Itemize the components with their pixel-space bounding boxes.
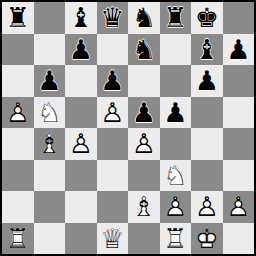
square-f8[interactable]: ♜ xyxy=(160,2,192,34)
square-b4[interactable]: ♝♗ xyxy=(34,128,66,160)
square-e4[interactable]: ♟♙ xyxy=(128,128,160,160)
square-f2[interactable]: ♟♙ xyxy=(160,191,192,223)
square-g3[interactable] xyxy=(191,160,223,192)
piece-glyph: ♝ xyxy=(191,34,223,66)
square-a4[interactable] xyxy=(2,128,34,160)
square-g5[interactable] xyxy=(191,97,223,129)
square-e2[interactable]: ♝♗ xyxy=(128,191,160,223)
piece-glyph: ♜ xyxy=(160,2,192,34)
square-b1[interactable] xyxy=(34,223,66,255)
piece-black-knight[interactable]: ♞ xyxy=(128,2,160,34)
piece-white-pawn[interactable]: ♟♙ xyxy=(97,97,129,129)
square-g7[interactable]: ♝ xyxy=(191,34,223,66)
square-a6[interactable] xyxy=(2,65,34,97)
square-c7[interactable]: ♟ xyxy=(65,34,97,66)
piece-glyph: ♚ xyxy=(191,2,223,34)
piece-glyph: ♟ xyxy=(34,65,66,97)
piece-outline: ♖ xyxy=(2,223,34,255)
square-e3[interactable] xyxy=(128,160,160,192)
square-f1[interactable]: ♜♖ xyxy=(160,223,192,255)
piece-black-bishop[interactable]: ♝ xyxy=(191,34,223,66)
square-e8[interactable]: ♞ xyxy=(128,2,160,34)
square-h8[interactable] xyxy=(223,2,255,34)
piece-white-bishop[interactable]: ♝♗ xyxy=(34,128,66,160)
square-e5[interactable]: ♟ xyxy=(128,97,160,129)
square-d5[interactable]: ♟♙ xyxy=(97,97,129,129)
square-b6[interactable]: ♟ xyxy=(34,65,66,97)
square-a5[interactable]: ♟♙ xyxy=(2,97,34,129)
square-c4[interactable]: ♟♙ xyxy=(65,128,97,160)
piece-glyph: ♞ xyxy=(128,2,160,34)
piece-white-rook[interactable]: ♜♖ xyxy=(160,223,192,255)
piece-glyph: ♛ xyxy=(97,2,129,34)
piece-glyph: ♜ xyxy=(2,2,34,34)
piece-white-rook[interactable]: ♜♖ xyxy=(2,223,34,255)
square-f4[interactable] xyxy=(160,128,192,160)
square-d2[interactable] xyxy=(97,191,129,223)
square-e7[interactable]: ♞ xyxy=(128,34,160,66)
square-h5[interactable] xyxy=(223,97,255,129)
square-h6[interactable] xyxy=(223,65,255,97)
piece-white-pawn[interactable]: ♟♙ xyxy=(191,191,223,223)
piece-black-pawn[interactable]: ♟ xyxy=(65,34,97,66)
piece-white-pawn[interactable]: ♟♙ xyxy=(223,191,255,223)
square-h7[interactable]: ♟ xyxy=(223,34,255,66)
piece-outline: ♘ xyxy=(160,160,192,192)
piece-white-pawn[interactable]: ♟♙ xyxy=(160,191,192,223)
square-g6[interactable]: ♟ xyxy=(191,65,223,97)
piece-black-pawn[interactable]: ♟ xyxy=(191,65,223,97)
square-d1[interactable]: ♛♕ xyxy=(97,223,129,255)
piece-black-rook[interactable]: ♜ xyxy=(160,2,192,34)
piece-black-pawn[interactable]: ♟ xyxy=(223,34,255,66)
square-g2[interactable]: ♟♙ xyxy=(191,191,223,223)
piece-outline: ♕ xyxy=(97,223,129,255)
square-f6[interactable] xyxy=(160,65,192,97)
square-b7[interactable] xyxy=(34,34,66,66)
piece-black-rook[interactable]: ♜ xyxy=(2,2,34,34)
square-h4[interactable] xyxy=(223,128,255,160)
piece-outline: ♗ xyxy=(128,191,160,223)
square-b8[interactable] xyxy=(34,2,66,34)
square-h1[interactable] xyxy=(223,223,255,255)
square-d3[interactable] xyxy=(97,160,129,192)
square-c5[interactable] xyxy=(65,97,97,129)
piece-white-king[interactable]: ♚♔ xyxy=(191,223,223,255)
piece-white-pawn[interactable]: ♟♙ xyxy=(2,97,34,129)
square-g4[interactable] xyxy=(191,128,223,160)
chess-diagram: ♜♝♛♞♜♚♟♞♝♟♟♟♟♟♙♞♘♟♙♟♟♝♗♟♙♟♙♞♘♝♗♟♙♟♙♟♙♜♖♛… xyxy=(0,0,256,256)
square-a3[interactable] xyxy=(2,160,34,192)
square-a2[interactable] xyxy=(2,191,34,223)
square-a7[interactable] xyxy=(2,34,34,66)
piece-outline: ♗ xyxy=(34,128,66,160)
square-d4[interactable] xyxy=(97,128,129,160)
piece-glyph: ♟ xyxy=(160,97,192,129)
square-c6[interactable] xyxy=(65,65,97,97)
square-b3[interactable] xyxy=(34,160,66,192)
square-e6[interactable] xyxy=(128,65,160,97)
square-d7[interactable] xyxy=(97,34,129,66)
piece-outline: ♙ xyxy=(65,128,97,160)
square-a8[interactable]: ♜ xyxy=(2,2,34,34)
square-g1[interactable]: ♚♔ xyxy=(191,223,223,255)
piece-black-pawn[interactable]: ♟ xyxy=(160,97,192,129)
square-c8[interactable]: ♝ xyxy=(65,2,97,34)
piece-glyph: ♝ xyxy=(65,2,97,34)
piece-outline: ♘ xyxy=(34,97,66,129)
piece-black-pawn[interactable]: ♟ xyxy=(34,65,66,97)
piece-black-king[interactable]: ♚ xyxy=(191,2,223,34)
piece-white-queen[interactable]: ♛♕ xyxy=(97,223,129,255)
piece-white-bishop[interactable]: ♝♗ xyxy=(128,191,160,223)
piece-glyph: ♟ xyxy=(97,65,129,97)
piece-glyph: ♟ xyxy=(223,34,255,66)
square-c2[interactable] xyxy=(65,191,97,223)
square-g8[interactable]: ♚ xyxy=(191,2,223,34)
piece-black-pawn[interactable]: ♟ xyxy=(128,97,160,129)
piece-outline: ♙ xyxy=(2,97,34,129)
piece-outline: ♙ xyxy=(97,97,129,129)
square-f7[interactable] xyxy=(160,34,192,66)
piece-outline: ♙ xyxy=(160,191,192,223)
piece-glyph: ♟ xyxy=(191,65,223,97)
square-f3[interactable]: ♞♘ xyxy=(160,160,192,192)
piece-glyph: ♟ xyxy=(128,97,160,129)
piece-outline: ♙ xyxy=(191,191,223,223)
square-d8[interactable]: ♛ xyxy=(97,2,129,34)
square-b2[interactable] xyxy=(34,191,66,223)
piece-black-queen[interactable]: ♛ xyxy=(97,2,129,34)
piece-outline: ♙ xyxy=(128,128,160,160)
piece-glyph: ♟ xyxy=(65,34,97,66)
piece-black-bishop[interactable]: ♝ xyxy=(65,2,97,34)
square-h3[interactable] xyxy=(223,160,255,192)
piece-white-pawn[interactable]: ♟♙ xyxy=(128,128,160,160)
piece-black-knight[interactable]: ♞ xyxy=(128,34,160,66)
square-f5[interactable]: ♟ xyxy=(160,97,192,129)
square-b5[interactable]: ♞♘ xyxy=(34,97,66,129)
square-c3[interactable] xyxy=(65,160,97,192)
square-e1[interactable] xyxy=(128,223,160,255)
chess-board: ♜♝♛♞♜♚♟♞♝♟♟♟♟♟♙♞♘♟♙♟♟♝♗♟♙♟♙♞♘♝♗♟♙♟♙♟♙♜♖♛… xyxy=(0,0,256,256)
piece-glyph: ♞ xyxy=(128,34,160,66)
piece-white-knight[interactable]: ♞♘ xyxy=(160,160,192,192)
piece-white-knight[interactable]: ♞♘ xyxy=(34,97,66,129)
piece-outline: ♙ xyxy=(223,191,255,223)
piece-outline: ♖ xyxy=(160,223,192,255)
square-a1[interactable]: ♜♖ xyxy=(2,223,34,255)
piece-black-pawn[interactable]: ♟ xyxy=(97,65,129,97)
piece-outline: ♔ xyxy=(191,223,223,255)
square-h2[interactable]: ♟♙ xyxy=(223,191,255,223)
square-c1[interactable] xyxy=(65,223,97,255)
piece-white-pawn[interactable]: ♟♙ xyxy=(65,128,97,160)
square-d6[interactable]: ♟ xyxy=(97,65,129,97)
